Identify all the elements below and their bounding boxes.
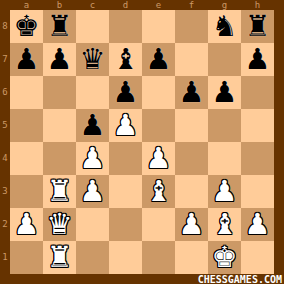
- chess-diagram: ♚♜♞♜♟♟♛♝♟♟♟♟♟♟♟♟♟♜♟♝♟♟♛♟♝♟♜♚ abcdefgh 87…: [0, 0, 284, 284]
- square-g7[interactable]: [208, 43, 241, 76]
- square-a7[interactable]: ♟: [10, 43, 43, 76]
- piece-black-pawn: ♟: [212, 76, 238, 109]
- square-c1[interactable]: [76, 241, 109, 274]
- square-a3[interactable]: [10, 175, 43, 208]
- square-e2[interactable]: [142, 208, 175, 241]
- square-c2[interactable]: [76, 208, 109, 241]
- square-g4[interactable]: [208, 142, 241, 175]
- rank-label-5: 5: [0, 109, 10, 142]
- square-d2[interactable]: [109, 208, 142, 241]
- square-b2[interactable]: ♛: [43, 208, 76, 241]
- square-c3[interactable]: ♟: [76, 175, 109, 208]
- square-c8[interactable]: [76, 10, 109, 43]
- rank-label-3: 3: [0, 175, 10, 208]
- square-a6[interactable]: [10, 76, 43, 109]
- square-h3[interactable]: [241, 175, 274, 208]
- square-e5[interactable]: [142, 109, 175, 142]
- square-f5[interactable]: [175, 109, 208, 142]
- square-b8[interactable]: ♜: [43, 10, 76, 43]
- chessgames-watermark: CHESSGAMES.COM: [198, 274, 282, 284]
- square-c6[interactable]: [76, 76, 109, 109]
- file-label-a: a: [10, 0, 43, 10]
- square-h4[interactable]: [241, 142, 274, 175]
- rank-label-4: 4: [0, 142, 10, 175]
- piece-black-pawn: ♟: [47, 43, 73, 76]
- piece-black-king: ♚: [14, 10, 40, 43]
- square-h8[interactable]: ♜: [241, 10, 274, 43]
- square-f3[interactable]: [175, 175, 208, 208]
- square-g6[interactable]: ♟: [208, 76, 241, 109]
- piece-white-pawn: ♟: [80, 142, 106, 175]
- square-d3[interactable]: [109, 175, 142, 208]
- square-b1[interactable]: ♜: [43, 241, 76, 274]
- square-c7[interactable]: ♛: [76, 43, 109, 76]
- piece-white-rook: ♜: [47, 175, 73, 208]
- square-b6[interactable]: [43, 76, 76, 109]
- square-h6[interactable]: [241, 76, 274, 109]
- square-e7[interactable]: ♟: [142, 43, 175, 76]
- square-e8[interactable]: [142, 10, 175, 43]
- piece-black-bishop: ♝: [113, 43, 139, 76]
- square-h2[interactable]: ♟: [241, 208, 274, 241]
- square-h7[interactable]: ♟: [241, 43, 274, 76]
- square-h5[interactable]: [241, 109, 274, 142]
- piece-black-rook: ♜: [47, 10, 73, 43]
- square-e4[interactable]: ♟: [142, 142, 175, 175]
- square-b3[interactable]: ♜: [43, 175, 76, 208]
- square-c4[interactable]: ♟: [76, 142, 109, 175]
- file-label-h: h: [241, 0, 274, 10]
- square-f4[interactable]: [175, 142, 208, 175]
- square-a4[interactable]: [10, 142, 43, 175]
- square-d1[interactable]: [109, 241, 142, 274]
- piece-black-pawn: ♟: [179, 76, 205, 109]
- file-label-g: g: [208, 0, 241, 10]
- file-label-d: d: [109, 0, 142, 10]
- piece-white-rook: ♜: [47, 241, 73, 274]
- square-d4[interactable]: [109, 142, 142, 175]
- piece-black-pawn: ♟: [14, 43, 40, 76]
- square-f2[interactable]: ♟: [175, 208, 208, 241]
- rank-label-8: 8: [0, 10, 10, 43]
- square-a5[interactable]: [10, 109, 43, 142]
- square-f1[interactable]: [175, 241, 208, 274]
- file-label-f: f: [175, 0, 208, 10]
- piece-black-pawn: ♟: [113, 76, 139, 109]
- piece-black-queen: ♛: [80, 43, 106, 76]
- rank-label-2: 2: [0, 208, 10, 241]
- piece-white-pawn: ♟: [212, 175, 238, 208]
- rank-label-1: 1: [0, 241, 10, 274]
- square-h1[interactable]: [241, 241, 274, 274]
- file-label-b: b: [43, 0, 76, 10]
- square-b7[interactable]: ♟: [43, 43, 76, 76]
- piece-black-pawn: ♟: [80, 109, 106, 142]
- square-f8[interactable]: [175, 10, 208, 43]
- square-e1[interactable]: [142, 241, 175, 274]
- rank-label-6: 6: [0, 76, 10, 109]
- chess-board: ♚♜♞♜♟♟♛♝♟♟♟♟♟♟♟♟♟♜♟♝♟♟♛♟♝♟♜♚: [10, 10, 274, 274]
- piece-white-pawn: ♟: [179, 208, 205, 241]
- square-d5[interactable]: ♟: [109, 109, 142, 142]
- square-f7[interactable]: [175, 43, 208, 76]
- piece-white-pawn: ♟: [113, 109, 139, 142]
- square-g2[interactable]: ♝: [208, 208, 241, 241]
- square-g8[interactable]: ♞: [208, 10, 241, 43]
- square-a2[interactable]: ♟: [10, 208, 43, 241]
- square-c5[interactable]: ♟: [76, 109, 109, 142]
- piece-white-bishop: ♝: [212, 208, 238, 241]
- piece-black-rook: ♜: [245, 10, 271, 43]
- piece-white-king: ♚: [212, 241, 238, 274]
- square-f6[interactable]: ♟: [175, 76, 208, 109]
- square-a1[interactable]: [10, 241, 43, 274]
- square-a8[interactable]: ♚: [10, 10, 43, 43]
- file-label-e: e: [142, 0, 175, 10]
- square-d6[interactable]: ♟: [109, 76, 142, 109]
- rank-label-7: 7: [0, 43, 10, 76]
- piece-black-pawn: ♟: [146, 43, 172, 76]
- square-e3[interactable]: ♝: [142, 175, 175, 208]
- square-b5[interactable]: [43, 109, 76, 142]
- piece-black-pawn: ♟: [245, 43, 271, 76]
- square-g3[interactable]: ♟: [208, 175, 241, 208]
- piece-white-pawn: ♟: [80, 175, 106, 208]
- piece-white-pawn: ♟: [14, 208, 40, 241]
- file-label-c: c: [76, 0, 109, 10]
- piece-white-pawn: ♟: [245, 208, 271, 241]
- square-g1[interactable]: ♚: [208, 241, 241, 274]
- square-d7[interactable]: ♝: [109, 43, 142, 76]
- square-g5[interactable]: [208, 109, 241, 142]
- piece-white-queen: ♛: [47, 208, 73, 241]
- piece-white-pawn: ♟: [146, 142, 172, 175]
- square-d8[interactable]: [109, 10, 142, 43]
- square-e6[interactable]: [142, 76, 175, 109]
- piece-white-bishop: ♝: [146, 175, 172, 208]
- square-b4[interactable]: [43, 142, 76, 175]
- piece-black-knight: ♞: [212, 10, 238, 43]
